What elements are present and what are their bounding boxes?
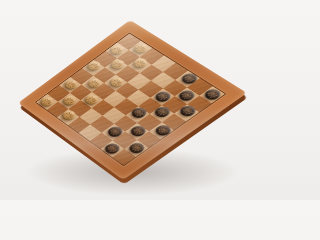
draughts-man-glyph: ⛂ xyxy=(179,105,197,117)
board-grid: ⛂⛂⛂⛂⛂⛂⛂⛂⛂⛂⛂⛂⛂⛂⛂⛂⛂⛂⛂⛂⛂⛂⛂⛂ xyxy=(36,33,225,165)
draughts-man-glyph: ⛂ xyxy=(154,124,171,136)
scene: ⛂⛂⛂⛂⛂⛂⛂⛂⛂⛂⛂⛂⛂⛂⛂⛂⛂⛂⛂⛂⛂⛂⛂⛂ xyxy=(0,0,259,200)
